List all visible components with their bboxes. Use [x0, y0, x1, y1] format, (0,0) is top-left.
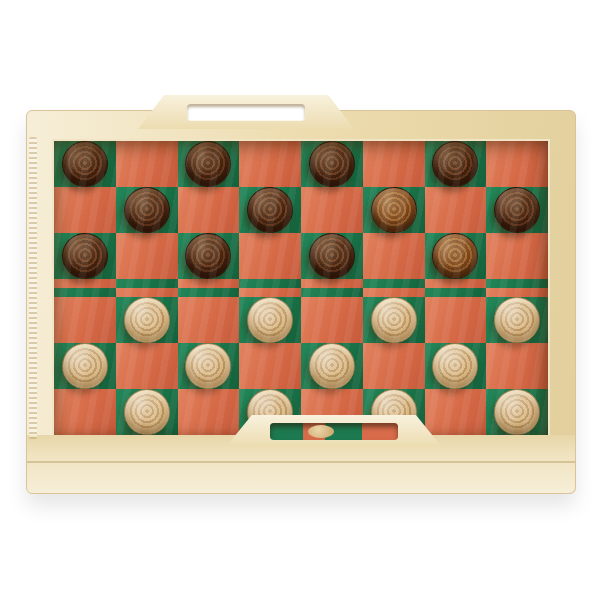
checker-piece-dark[interactable] [185, 233, 231, 279]
board-square[interactable] [54, 141, 116, 187]
board-square[interactable] [425, 187, 487, 233]
checkers-board [54, 141, 548, 435]
tray-handle-front[interactable] [226, 415, 442, 447]
board-square[interactable] [486, 279, 548, 288]
board-square[interactable] [239, 288, 301, 297]
board-square[interactable] [54, 288, 116, 297]
board-square[interactable] [178, 389, 240, 435]
checker-piece-light[interactable] [185, 343, 231, 389]
board-square[interactable] [301, 343, 363, 389]
board-square[interactable] [239, 343, 301, 389]
checker-piece-light[interactable] [371, 297, 417, 343]
board-square[interactable] [301, 141, 363, 187]
board-square[interactable] [54, 297, 116, 343]
board-square[interactable] [486, 288, 548, 297]
board-square[interactable] [301, 187, 363, 233]
board-square[interactable] [116, 233, 178, 279]
board-square[interactable] [239, 279, 301, 288]
checker-piece-dark[interactable] [185, 141, 231, 187]
board-square[interactable] [363, 233, 425, 279]
board-square[interactable] [116, 288, 178, 297]
checker-piece-light[interactable] [124, 389, 170, 435]
board-square[interactable] [363, 297, 425, 343]
board-square[interactable] [178, 141, 240, 187]
board-square[interactable] [363, 343, 425, 389]
board-square[interactable] [116, 187, 178, 233]
board-square[interactable] [363, 279, 425, 288]
checker-piece-dark[interactable] [62, 141, 108, 187]
board-square[interactable] [301, 279, 363, 288]
checker-piece-dark[interactable] [309, 141, 355, 187]
board-square[interactable] [363, 141, 425, 187]
board-square[interactable] [54, 279, 116, 288]
checkers-tray [26, 110, 576, 494]
board-square[interactable] [178, 343, 240, 389]
checker-piece-dark[interactable] [432, 233, 478, 279]
checker-piece-dark[interactable] [247, 187, 293, 233]
board-square[interactable] [425, 233, 487, 279]
board-square[interactable] [363, 288, 425, 297]
board-square[interactable] [425, 288, 487, 297]
board-square[interactable] [116, 343, 178, 389]
board-square[interactable] [486, 141, 548, 187]
board-square[interactable] [54, 389, 116, 435]
tray-handle-slot-back[interactable] [187, 104, 305, 120]
checker-piece-light[interactable] [494, 297, 540, 343]
checker-piece-dark[interactable] [124, 187, 170, 233]
checker-piece-light[interactable] [62, 343, 108, 389]
checker-piece-light[interactable] [247, 297, 293, 343]
board-square[interactable] [239, 233, 301, 279]
board-square[interactable] [425, 279, 487, 288]
board-square[interactable] [178, 297, 240, 343]
board-square[interactable] [116, 141, 178, 187]
board-square[interactable] [239, 141, 301, 187]
board-square[interactable] [178, 233, 240, 279]
tray-handle-back[interactable] [138, 95, 354, 129]
board-square[interactable] [239, 187, 301, 233]
checker-piece-light[interactable] [494, 389, 540, 435]
checker-piece-dark[interactable] [62, 233, 108, 279]
checker-piece-dark[interactable] [309, 233, 355, 279]
board-square[interactable] [54, 233, 116, 279]
board-square[interactable] [116, 389, 178, 435]
checker-piece-light[interactable] [432, 343, 478, 389]
board-square[interactable] [178, 288, 240, 297]
board-square[interactable] [486, 187, 548, 233]
checker-piece-light[interactable] [124, 297, 170, 343]
checker-piece-dark[interactable] [371, 187, 417, 233]
product-photo-scene [0, 0, 600, 600]
board-square[interactable] [116, 279, 178, 288]
board-square[interactable] [178, 187, 240, 233]
plywood-edge-stripes [29, 137, 37, 439]
checker-piece-light[interactable] [309, 343, 355, 389]
checker-piece-dark[interactable] [494, 187, 540, 233]
board-square[interactable] [178, 279, 240, 288]
checker-piece-dark[interactable] [432, 141, 478, 187]
board-square[interactable] [116, 297, 178, 343]
board-square[interactable] [54, 187, 116, 233]
board-square[interactable] [425, 343, 487, 389]
board-square[interactable] [486, 343, 548, 389]
tray-handle-slot-front[interactable] [270, 423, 398, 440]
board-square[interactable] [486, 233, 548, 279]
board-square[interactable] [425, 389, 487, 435]
board-square[interactable] [239, 297, 301, 343]
board-square[interactable] [425, 297, 487, 343]
tray-front-edge-line [27, 461, 575, 463]
board-square[interactable] [301, 288, 363, 297]
board-square[interactable] [301, 297, 363, 343]
board-square[interactable] [363, 187, 425, 233]
board-square[interactable] [54, 343, 116, 389]
board-square[interactable] [425, 141, 487, 187]
board-square[interactable] [486, 297, 548, 343]
board-square[interactable] [301, 233, 363, 279]
board-square[interactable] [486, 389, 548, 435]
